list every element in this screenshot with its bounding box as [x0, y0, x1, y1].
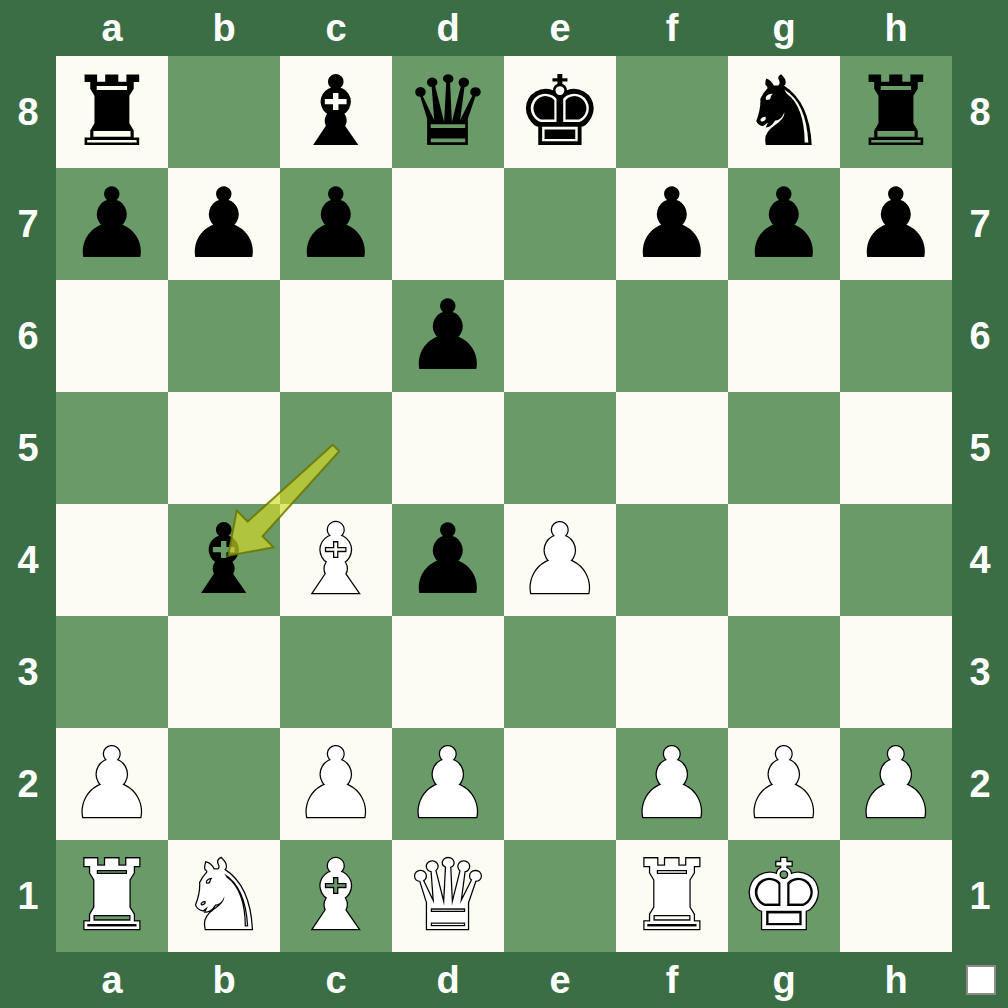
- file-label-f: f: [616, 952, 728, 1008]
- rank-label-6: 6: [952, 280, 1008, 392]
- piece-black-pawn: ♟: [629, 168, 716, 280]
- file-label-f: f: [616, 0, 728, 56]
- square-a2[interactable]: ♟: [56, 728, 168, 840]
- rank-label-2: 2: [952, 728, 1008, 840]
- chessboard-frame: abcdefgh abcdefgh 87654321 87654321 ♜♝♛♚…: [0, 0, 1008, 1008]
- rank-label-4: 4: [0, 504, 56, 616]
- piece-white-king: ♚: [741, 840, 828, 952]
- square-h4[interactable]: [840, 504, 952, 616]
- piece-black-pawn: ♟: [293, 168, 380, 280]
- rank-label-8: 8: [0, 56, 56, 168]
- file-label-d: d: [392, 952, 504, 1008]
- square-g3[interactable]: [728, 616, 840, 728]
- piece-black-pawn: ♟: [741, 168, 828, 280]
- rank-labels-left: 87654321: [0, 56, 56, 952]
- square-f2[interactable]: ♟: [616, 728, 728, 840]
- file-label-h: h: [840, 0, 952, 56]
- square-e3[interactable]: [504, 616, 616, 728]
- square-h2[interactable]: ♟: [840, 728, 952, 840]
- rank-label-5: 5: [952, 392, 1008, 504]
- square-c8[interactable]: ♝: [280, 56, 392, 168]
- square-b3[interactable]: [168, 616, 280, 728]
- side-to-move-indicator: [966, 965, 996, 995]
- file-label-a: a: [56, 0, 168, 56]
- square-f5[interactable]: [616, 392, 728, 504]
- square-a3[interactable]: [56, 616, 168, 728]
- square-e2[interactable]: [504, 728, 616, 840]
- square-e6[interactable]: [504, 280, 616, 392]
- square-e5[interactable]: [504, 392, 616, 504]
- square-e4[interactable]: ♟: [504, 504, 616, 616]
- piece-white-pawn: ♟: [405, 728, 492, 840]
- square-d6[interactable]: ♟: [392, 280, 504, 392]
- square-b7[interactable]: ♟: [168, 168, 280, 280]
- square-h1[interactable]: [840, 840, 952, 952]
- square-f3[interactable]: [616, 616, 728, 728]
- square-d5[interactable]: [392, 392, 504, 504]
- square-a6[interactable]: [56, 280, 168, 392]
- square-h6[interactable]: [840, 280, 952, 392]
- square-h8[interactable]: ♜: [840, 56, 952, 168]
- rank-label-5: 5: [0, 392, 56, 504]
- square-c6[interactable]: [280, 280, 392, 392]
- piece-white-pawn: ♟: [741, 728, 828, 840]
- rank-label-7: 7: [0, 168, 56, 280]
- square-d2[interactable]: ♟: [392, 728, 504, 840]
- square-a8[interactable]: ♜: [56, 56, 168, 168]
- piece-white-pawn: ♟: [293, 728, 380, 840]
- chess-board: ♜♝♛♚♞♜♟♟♟♟♟♟♟♝♝♟♟♟♟♟♟♟♟♜♞♝♛♜♚: [56, 56, 952, 952]
- square-d8[interactable]: ♛: [392, 56, 504, 168]
- square-a5[interactable]: [56, 392, 168, 504]
- piece-black-pawn: ♟: [181, 168, 268, 280]
- square-b6[interactable]: [168, 280, 280, 392]
- square-g4[interactable]: [728, 504, 840, 616]
- file-label-c: c: [280, 0, 392, 56]
- piece-white-rook: ♜: [69, 840, 156, 952]
- piece-white-pawn: ♟: [853, 728, 940, 840]
- square-c5[interactable]: [280, 392, 392, 504]
- piece-black-pawn: ♟: [853, 168, 940, 280]
- square-g7[interactable]: ♟: [728, 168, 840, 280]
- rank-label-3: 3: [0, 616, 56, 728]
- file-label-g: g: [728, 0, 840, 56]
- rank-labels-right: 87654321: [952, 56, 1008, 952]
- file-label-d: d: [392, 0, 504, 56]
- square-c7[interactable]: ♟: [280, 168, 392, 280]
- square-f1[interactable]: ♜: [616, 840, 728, 952]
- square-a4[interactable]: [56, 504, 168, 616]
- square-c4[interactable]: ♝: [280, 504, 392, 616]
- rank-label-7: 7: [952, 168, 1008, 280]
- piece-white-bishop: ♝: [293, 504, 380, 616]
- square-g8[interactable]: ♞: [728, 56, 840, 168]
- file-label-g: g: [728, 952, 840, 1008]
- piece-white-knight: ♞: [181, 840, 268, 952]
- square-a1[interactable]: ♜: [56, 840, 168, 952]
- square-f4[interactable]: [616, 504, 728, 616]
- square-c2[interactable]: ♟: [280, 728, 392, 840]
- square-h3[interactable]: [840, 616, 952, 728]
- square-d1[interactable]: ♛: [392, 840, 504, 952]
- file-label-a: a: [56, 952, 168, 1008]
- square-e1[interactable]: [504, 840, 616, 952]
- piece-black-rook: ♜: [853, 56, 940, 168]
- square-f6[interactable]: [616, 280, 728, 392]
- piece-black-pawn: ♟: [405, 504, 492, 616]
- rank-label-6: 6: [0, 280, 56, 392]
- file-label-b: b: [168, 0, 280, 56]
- file-label-e: e: [504, 952, 616, 1008]
- square-d3[interactable]: [392, 616, 504, 728]
- file-label-b: b: [168, 952, 280, 1008]
- square-b8[interactable]: [168, 56, 280, 168]
- file-label-e: e: [504, 0, 616, 56]
- file-labels-top: abcdefgh: [56, 0, 952, 56]
- square-f7[interactable]: ♟: [616, 168, 728, 280]
- file-label-h: h: [840, 952, 952, 1008]
- square-b4[interactable]: ♝: [168, 504, 280, 616]
- piece-black-king: ♚: [517, 56, 604, 168]
- square-g6[interactable]: [728, 280, 840, 392]
- piece-black-pawn: ♟: [69, 168, 156, 280]
- piece-white-pawn: ♟: [69, 728, 156, 840]
- square-h7[interactable]: ♟: [840, 168, 952, 280]
- square-g5[interactable]: [728, 392, 840, 504]
- piece-black-bishop: ♝: [293, 56, 380, 168]
- piece-black-queen: ♛: [405, 56, 492, 168]
- piece-white-queen: ♛: [405, 840, 492, 952]
- file-label-c: c: [280, 952, 392, 1008]
- rank-label-2: 2: [0, 728, 56, 840]
- square-e8[interactable]: ♚: [504, 56, 616, 168]
- piece-black-bishop: ♝: [181, 504, 268, 616]
- square-f8[interactable]: [616, 56, 728, 168]
- square-g2[interactable]: ♟: [728, 728, 840, 840]
- rank-label-3: 3: [952, 616, 1008, 728]
- square-h5[interactable]: [840, 392, 952, 504]
- square-d7[interactable]: [392, 168, 504, 280]
- square-e7[interactable]: [504, 168, 616, 280]
- piece-white-pawn: ♟: [517, 504, 604, 616]
- rank-label-4: 4: [952, 504, 1008, 616]
- piece-black-rook: ♜: [69, 56, 156, 168]
- piece-white-rook: ♜: [629, 840, 716, 952]
- square-b1[interactable]: ♞: [168, 840, 280, 952]
- piece-black-knight: ♞: [741, 56, 828, 168]
- rank-label-1: 1: [952, 840, 1008, 952]
- square-d4[interactable]: ♟: [392, 504, 504, 616]
- piece-white-pawn: ♟: [629, 728, 716, 840]
- rank-label-8: 8: [952, 56, 1008, 168]
- square-c3[interactable]: [280, 616, 392, 728]
- piece-white-bishop: ♝: [293, 840, 380, 952]
- rank-label-1: 1: [0, 840, 56, 952]
- piece-black-pawn: ♟: [405, 280, 492, 392]
- file-labels-bottom: abcdefgh: [56, 952, 952, 1008]
- square-g1[interactable]: ♚: [728, 840, 840, 952]
- square-a7[interactable]: ♟: [56, 168, 168, 280]
- square-c1[interactable]: ♝: [280, 840, 392, 952]
- square-b5[interactable]: [168, 392, 280, 504]
- square-b2[interactable]: [168, 728, 280, 840]
